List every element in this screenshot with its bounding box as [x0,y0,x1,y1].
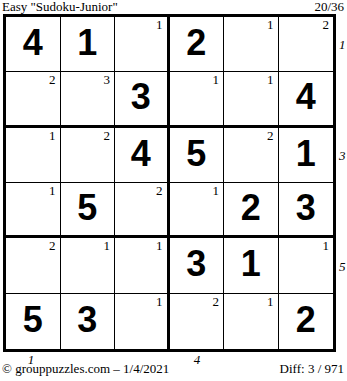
copyright-text: © grouppuzzles.com – 1/4/2021 [2,362,169,376]
corner-hint: 2 [156,184,163,198]
given-digit: 5 [170,128,224,182]
corner-hint: 2 [104,129,111,143]
corner-hint: 1 [156,295,163,309]
given-digit: 3 [61,294,115,349]
row-label-1: 1 [339,38,347,52]
corner-hint: 1 [267,73,274,87]
corner-hint: 1 [49,129,56,143]
cell-r6c4[interactable]: 2 [170,294,225,349]
corner-hint: 2 [49,239,56,253]
corner-hint: 1 [213,184,220,198]
corner-hint: 2 [49,73,56,87]
corner-hint: 3 [104,73,111,87]
header: Easy "Sudoku-Junior" 20/36 [2,0,344,14]
corner-hint: 1 [323,239,330,253]
cell-r4c2[interactable]: 5 [61,183,116,238]
given-digit: 2 [279,294,334,349]
cell-r4c5[interactable]: 2 [224,183,279,238]
cell-r2c6[interactable]: 4 [279,72,334,127]
given-digit: 4 [279,72,334,124]
row-label-5: 5 [339,260,347,274]
filled-counter: 20/36 [314,0,344,14]
given-digit: 5 [61,183,115,235]
cell-r4c1[interactable]: 1 [6,183,61,238]
cell-r3c3[interactable]: 4 [115,128,170,183]
cell-r1c2[interactable]: 1 [61,17,116,72]
cell-r5c2[interactable]: 1 [61,238,116,293]
given-digit: 5 [6,294,60,349]
given-digit: 1 [61,17,115,71]
corner-hint: 1 [267,18,274,32]
cell-r6c5[interactable]: 1 [224,294,279,349]
given-digit: 1 [279,128,334,182]
board: 411212233114124521152123211311531212 [3,14,336,352]
cell-r6c1[interactable]: 5 [6,294,61,349]
cell-r5c4[interactable]: 3 [170,238,225,293]
given-digit: 3 [115,72,167,124]
given-digit: 2 [170,17,224,71]
cell-r2c5[interactable]: 1 [224,72,279,127]
footer: © grouppuzzles.com – 1/4/2021 Diff: 3 / … [2,362,344,376]
corner-hint: 1 [156,18,163,32]
cell-r2c4[interactable]: 1 [170,72,225,127]
given-digit: 4 [115,128,167,182]
cell-r4c6[interactable]: 3 [279,183,334,238]
page-title: Easy "Sudoku-Junior" [2,0,118,14]
cell-r5c3[interactable]: 1 [115,238,170,293]
corner-hint: 1 [213,73,220,87]
row-label-3: 3 [339,149,347,163]
cell-r1c1[interactable]: 4 [6,17,61,72]
cell-r5c5[interactable]: 1 [224,238,279,293]
corner-hint: 2 [213,295,220,309]
cell-r6c6[interactable]: 2 [279,294,334,349]
corner-hint: 2 [267,129,274,143]
cell-r1c4[interactable]: 2 [170,17,225,72]
corner-hint: 1 [49,184,56,198]
cell-r2c1[interactable]: 2 [6,72,61,127]
cell-r5c6[interactable]: 1 [279,238,334,293]
cell-r1c3[interactable]: 1 [115,17,170,72]
cell-r3c6[interactable]: 1 [279,128,334,183]
puzzle-page: Easy "Sudoku-Junior" 20/36 4112122331141… [0,0,347,381]
cell-r3c4[interactable]: 5 [170,128,225,183]
corner-hint: 1 [156,239,163,253]
cell-r2c2[interactable]: 3 [61,72,116,127]
corner-hint: 2 [323,18,330,32]
cell-r3c1[interactable]: 1 [6,128,61,183]
cell-r2c3[interactable]: 3 [115,72,170,127]
cell-r1c6[interactable]: 2 [279,17,334,72]
cell-r6c3[interactable]: 1 [115,294,170,349]
cell-r5c1[interactable]: 2 [6,238,61,293]
given-digit: 3 [170,238,224,292]
given-digit: 2 [224,183,278,235]
cell-r1c5[interactable]: 1 [224,17,279,72]
cell-r3c5[interactable]: 2 [224,128,279,183]
given-digit: 3 [279,183,334,235]
corner-hint: 1 [267,295,274,309]
cell-r4c3[interactable]: 2 [115,183,170,238]
corner-hint: 1 [104,239,111,253]
cell-r4c4[interactable]: 1 [170,183,225,238]
cell-r3c2[interactable]: 2 [61,128,116,183]
difficulty-text: Diff: 3 / 971 [280,362,344,376]
given-digit: 1 [224,238,278,292]
given-digit: 4 [6,17,60,71]
cell-r6c2[interactable]: 3 [61,294,116,349]
